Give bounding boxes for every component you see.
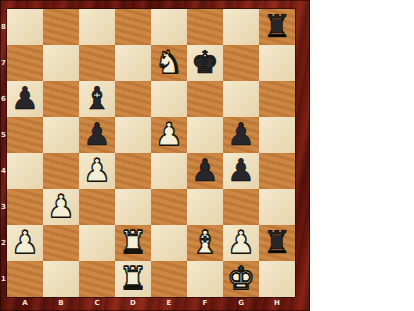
square-a5[interactable]: [7, 117, 43, 153]
piece-black-pawn: ♟: [227, 152, 255, 188]
square-c5[interactable]: ♟: [79, 117, 115, 153]
square-d4[interactable]: [115, 153, 151, 189]
square-d5[interactable]: [115, 117, 151, 153]
square-c2[interactable]: [79, 225, 115, 261]
board-grid: ♜♞♚♟♝♟♟♟♟♟♟♟♟♜♝♟♜♜♚: [7, 9, 295, 297]
square-b8[interactable]: [43, 9, 79, 45]
file-label-h: H: [259, 297, 295, 309]
square-g3[interactable]: [223, 189, 259, 225]
square-e1[interactable]: [151, 261, 187, 297]
file-label-b: B: [43, 297, 79, 309]
square-f5[interactable]: [187, 117, 223, 153]
square-c8[interactable]: [79, 9, 115, 45]
square-a3[interactable]: [7, 189, 43, 225]
square-d8[interactable]: [115, 9, 151, 45]
piece-black-rook: ♜: [263, 8, 291, 44]
square-e7[interactable]: ♞: [151, 45, 187, 81]
file-label-d: D: [115, 297, 151, 309]
piece-black-pawn: ♟: [83, 116, 111, 152]
piece-white-king: ♚: [227, 260, 255, 296]
square-g6[interactable]: [223, 81, 259, 117]
piece-black-pawn: ♟: [191, 152, 219, 188]
square-a8[interactable]: [7, 9, 43, 45]
square-f8[interactable]: [187, 9, 223, 45]
square-b1[interactable]: [43, 261, 79, 297]
square-c7[interactable]: [79, 45, 115, 81]
square-h6[interactable]: [259, 81, 295, 117]
square-e4[interactable]: [151, 153, 187, 189]
file-labels: ABCDEFGH: [7, 297, 295, 309]
square-e2[interactable]: [151, 225, 187, 261]
square-d6[interactable]: [115, 81, 151, 117]
square-h2[interactable]: ♜: [259, 225, 295, 261]
square-d7[interactable]: [115, 45, 151, 81]
piece-white-rook: ♜: [119, 260, 147, 296]
piece-black-bishop: ♝: [83, 80, 111, 116]
square-h5[interactable]: [259, 117, 295, 153]
piece-white-rook: ♜: [119, 224, 147, 260]
square-b2[interactable]: [43, 225, 79, 261]
square-e5[interactable]: ♟: [151, 117, 187, 153]
square-c6[interactable]: ♝: [79, 81, 115, 117]
square-h7[interactable]: [259, 45, 295, 81]
square-e3[interactable]: [151, 189, 187, 225]
rank-label-7: 7: [0, 45, 7, 81]
square-e6[interactable]: [151, 81, 187, 117]
square-d2[interactable]: ♜: [115, 225, 151, 261]
piece-black-pawn: ♟: [11, 80, 39, 116]
square-h8[interactable]: ♜: [259, 9, 295, 45]
square-c1[interactable]: [79, 261, 115, 297]
rank-label-6: 6: [0, 81, 7, 117]
file-label-f: F: [187, 297, 223, 309]
square-f7[interactable]: ♚: [187, 45, 223, 81]
page: 87654321 ♜♞♚♟♝♟♟♟♟♟♟♟♟♜♝♟♜♜♚ ABCDEFGH: [0, 0, 414, 311]
square-h3[interactable]: [259, 189, 295, 225]
piece-white-pawn: ♟: [47, 188, 75, 224]
square-f4[interactable]: ♟: [187, 153, 223, 189]
square-c3[interactable]: [79, 189, 115, 225]
square-b5[interactable]: [43, 117, 79, 153]
square-a7[interactable]: [7, 45, 43, 81]
piece-white-pawn: ♟: [11, 224, 39, 260]
square-a2[interactable]: ♟: [7, 225, 43, 261]
square-f2[interactable]: ♝: [187, 225, 223, 261]
piece-black-king: ♚: [191, 44, 219, 80]
chess-board: 87654321 ♜♞♚♟♝♟♟♟♟♟♟♟♟♜♝♟♜♜♚ ABCDEFGH: [0, 0, 310, 311]
rank-label-4: 4: [0, 153, 7, 189]
piece-white-bishop: ♝: [191, 224, 219, 260]
piece-black-pawn: ♟: [227, 116, 255, 152]
file-label-a: A: [7, 297, 43, 309]
square-c4[interactable]: ♟: [79, 153, 115, 189]
square-e8[interactable]: [151, 9, 187, 45]
square-h4[interactable]: [259, 153, 295, 189]
square-g7[interactable]: [223, 45, 259, 81]
square-b6[interactable]: [43, 81, 79, 117]
file-label-g: G: [223, 297, 259, 309]
square-d3[interactable]: [115, 189, 151, 225]
piece-black-rook: ♜: [263, 224, 291, 260]
square-g4[interactable]: ♟: [223, 153, 259, 189]
rank-label-1: 1: [0, 261, 7, 297]
square-d1[interactable]: ♜: [115, 261, 151, 297]
rank-label-3: 3: [0, 189, 7, 225]
square-g1[interactable]: ♚: [223, 261, 259, 297]
piece-white-pawn: ♟: [83, 152, 111, 188]
square-a4[interactable]: [7, 153, 43, 189]
rank-label-5: 5: [0, 117, 7, 153]
rank-label-8: 8: [0, 9, 7, 45]
square-a1[interactable]: [7, 261, 43, 297]
square-g2[interactable]: ♟: [223, 225, 259, 261]
square-b7[interactable]: [43, 45, 79, 81]
rank-label-2: 2: [0, 225, 7, 261]
piece-white-knight: ♞: [155, 44, 183, 80]
square-b3[interactable]: ♟: [43, 189, 79, 225]
piece-white-pawn: ♟: [155, 116, 183, 152]
square-h1[interactable]: [259, 261, 295, 297]
square-a6[interactable]: ♟: [7, 81, 43, 117]
square-b4[interactable]: [43, 153, 79, 189]
piece-white-pawn: ♟: [227, 224, 255, 260]
square-f1[interactable]: [187, 261, 223, 297]
file-label-c: C: [79, 297, 115, 309]
rank-labels: 87654321: [0, 9, 7, 297]
square-f3[interactable]: [187, 189, 223, 225]
square-g5[interactable]: ♟: [223, 117, 259, 153]
square-g8[interactable]: [223, 9, 259, 45]
file-label-e: E: [151, 297, 187, 309]
square-f6[interactable]: [187, 81, 223, 117]
